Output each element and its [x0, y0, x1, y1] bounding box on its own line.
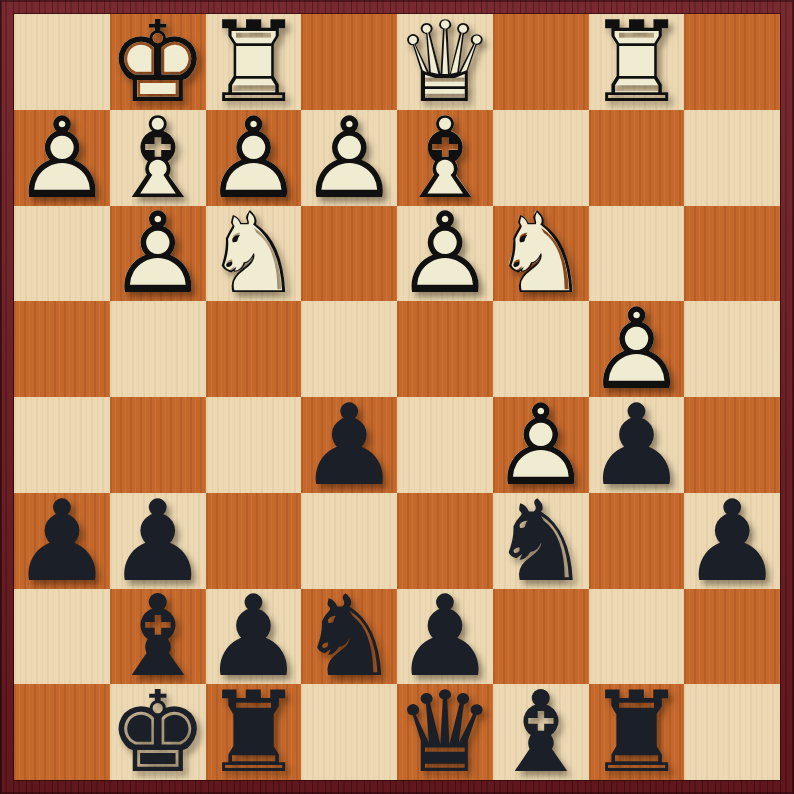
piece-fill-glyph: ♞	[206, 206, 302, 302]
white-knight[interactable]: ♞♘	[206, 206, 302, 302]
black-pawn[interactable]: ♟	[684, 493, 780, 589]
piece-outline-glyph: ♘	[493, 206, 589, 302]
piece-fill-glyph: ♝	[110, 110, 206, 206]
piece-outline-glyph: ♙	[589, 301, 685, 397]
square-d6[interactable]	[397, 493, 493, 589]
black-pawn[interactable]: ♟	[14, 493, 110, 589]
square-g1[interactable]: ♚♔	[110, 14, 206, 110]
white-king[interactable]: ♚♔	[110, 14, 206, 110]
square-g5[interactable]	[110, 397, 206, 493]
piece-fill-glyph: ♟	[14, 493, 110, 589]
square-f8[interactable]: ♜	[206, 684, 302, 780]
square-d3[interactable]: ♟♙	[397, 206, 493, 302]
square-b4[interactable]: ♟♙	[589, 301, 685, 397]
black-pawn[interactable]: ♟	[110, 493, 206, 589]
piece-outline-glyph: ♗	[397, 110, 493, 206]
square-b7[interactable]	[589, 589, 685, 685]
square-h6[interactable]: ♟	[14, 493, 110, 589]
piece-fill-glyph: ♟	[206, 110, 302, 206]
piece-fill-glyph: ♟	[14, 110, 110, 206]
piece-fill-glyph: ♛	[397, 684, 493, 780]
white-pawn[interactable]: ♟♙	[493, 397, 589, 493]
black-rook[interactable]: ♜	[589, 684, 685, 780]
square-f1[interactable]: ♜♖	[206, 14, 302, 110]
square-c2[interactable]	[493, 110, 589, 206]
black-pawn[interactable]: ♟	[301, 397, 397, 493]
square-f7[interactable]: ♟	[206, 589, 302, 685]
square-e4[interactable]	[301, 301, 397, 397]
square-b2[interactable]	[589, 110, 685, 206]
piece-fill-glyph: ♝	[397, 110, 493, 206]
black-king[interactable]: ♚	[110, 684, 206, 780]
piece-fill-glyph: ♚	[110, 14, 206, 110]
piece-fill-glyph: ♟	[397, 206, 493, 302]
square-b3[interactable]	[589, 206, 685, 302]
piece-fill-glyph: ♟	[684, 493, 780, 589]
piece-outline-glyph: ♙	[14, 110, 110, 206]
white-rook[interactable]: ♜♖	[206, 14, 302, 110]
square-e5[interactable]: ♟	[301, 397, 397, 493]
piece-fill-glyph: ♜	[589, 14, 685, 110]
square-c3[interactable]: ♞♘	[493, 206, 589, 302]
white-pawn[interactable]: ♟♙	[14, 110, 110, 206]
white-knight[interactable]: ♞♘	[493, 206, 589, 302]
square-d8[interactable]: ♛	[397, 684, 493, 780]
piece-fill-glyph: ♞	[493, 493, 589, 589]
black-bishop[interactable]: ♝	[110, 589, 206, 685]
black-pawn[interactable]: ♟	[397, 589, 493, 685]
piece-fill-glyph: ♜	[589, 684, 685, 780]
black-pawn[interactable]: ♟	[206, 589, 302, 685]
square-a6[interactable]: ♟	[684, 493, 780, 589]
piece-fill-glyph: ♟	[110, 206, 206, 302]
piece-outline-glyph: ♗	[110, 110, 206, 206]
piece-outline-glyph: ♖	[206, 14, 302, 110]
square-a1[interactable]	[684, 14, 780, 110]
square-b1[interactable]: ♜♖	[589, 14, 685, 110]
square-h5[interactable]	[14, 397, 110, 493]
piece-fill-glyph: ♝	[110, 589, 206, 685]
square-a3[interactable]	[684, 206, 780, 302]
piece-fill-glyph: ♚	[110, 684, 206, 780]
piece-fill-glyph: ♜	[206, 14, 302, 110]
square-h8[interactable]	[14, 684, 110, 780]
white-pawn[interactable]: ♟♙	[397, 206, 493, 302]
piece-outline-glyph: ♖	[589, 14, 685, 110]
square-g2[interactable]: ♝♗	[110, 110, 206, 206]
piece-fill-glyph: ♟	[397, 589, 493, 685]
square-f3[interactable]: ♞♘	[206, 206, 302, 302]
piece-fill-glyph: ♛	[397, 14, 493, 110]
piece-fill-glyph: ♟	[589, 301, 685, 397]
chess-board-frame: ♚♔♜♖♛♕♜♖♟♙♝♗♟♙♟♙♝♗♟♙♞♘♟♙♞♘♟♙♟♟♙♟♟♟♞♟♝♟♞♟…	[0, 0, 794, 794]
square-c8[interactable]: ♝	[493, 684, 589, 780]
square-c1[interactable]	[493, 14, 589, 110]
square-f5[interactable]	[206, 397, 302, 493]
black-bishop[interactable]: ♝	[493, 684, 589, 780]
piece-outline-glyph: ♙	[493, 397, 589, 493]
piece-outline-glyph: ♕	[397, 14, 493, 110]
square-h4[interactable]	[14, 301, 110, 397]
black-rook[interactable]: ♜	[206, 684, 302, 780]
square-e8[interactable]	[301, 684, 397, 780]
piece-fill-glyph: ♜	[206, 684, 302, 780]
square-e3[interactable]	[301, 206, 397, 302]
white-rook[interactable]: ♜♖	[589, 14, 685, 110]
black-knight[interactable]: ♞	[493, 493, 589, 589]
piece-outline-glyph: ♙	[206, 110, 302, 206]
square-h7[interactable]	[14, 589, 110, 685]
square-a2[interactable]	[684, 110, 780, 206]
white-queen[interactable]: ♛♕	[397, 14, 493, 110]
square-g6[interactable]: ♟	[110, 493, 206, 589]
square-g4[interactable]	[110, 301, 206, 397]
square-g7[interactable]: ♝	[110, 589, 206, 685]
square-d2[interactable]: ♝♗	[397, 110, 493, 206]
square-f2[interactable]: ♟♙	[206, 110, 302, 206]
square-e6[interactable]	[301, 493, 397, 589]
white-bishop[interactable]: ♝♗	[110, 110, 206, 206]
piece-outline-glyph: ♔	[110, 14, 206, 110]
square-h2[interactable]: ♟♙	[14, 110, 110, 206]
square-a4[interactable]	[684, 301, 780, 397]
square-d7[interactable]: ♟	[397, 589, 493, 685]
square-b6[interactable]	[589, 493, 685, 589]
square-a8[interactable]	[684, 684, 780, 780]
square-f6[interactable]	[206, 493, 302, 589]
square-h3[interactable]	[14, 206, 110, 302]
square-h1[interactable]	[14, 14, 110, 110]
piece-fill-glyph: ♞	[493, 206, 589, 302]
white-pawn[interactable]: ♟♙	[206, 110, 302, 206]
black-queen[interactable]: ♛	[397, 684, 493, 780]
square-e7[interactable]: ♞	[301, 589, 397, 685]
square-b5[interactable]: ♟	[589, 397, 685, 493]
piece-fill-glyph: ♟	[206, 589, 302, 685]
square-a7[interactable]	[684, 589, 780, 685]
chess-board: ♚♔♜♖♛♕♜♖♟♙♝♗♟♙♟♙♝♗♟♙♞♘♟♙♞♘♟♙♟♟♙♟♟♟♞♟♝♟♞♟…	[14, 14, 780, 780]
square-d4[interactable]	[397, 301, 493, 397]
piece-outline-glyph: ♘	[206, 206, 302, 302]
piece-outline-glyph: ♙	[110, 206, 206, 302]
square-e2[interactable]: ♟♙	[301, 110, 397, 206]
square-d5[interactable]	[397, 397, 493, 493]
piece-fill-glyph: ♞	[301, 589, 397, 685]
white-pawn[interactable]: ♟♙	[589, 301, 685, 397]
square-c4[interactable]	[493, 301, 589, 397]
white-pawn[interactable]: ♟♙	[301, 110, 397, 206]
square-c6[interactable]: ♞	[493, 493, 589, 589]
piece-fill-glyph: ♟	[301, 397, 397, 493]
black-knight[interactable]: ♞	[301, 589, 397, 685]
black-pawn[interactable]: ♟	[589, 397, 685, 493]
piece-fill-glyph: ♟	[110, 493, 206, 589]
piece-outline-glyph: ♙	[397, 206, 493, 302]
square-e1[interactable]	[301, 14, 397, 110]
square-c5[interactable]: ♟♙	[493, 397, 589, 493]
square-c7[interactable]	[493, 589, 589, 685]
piece-fill-glyph: ♟	[589, 397, 685, 493]
piece-fill-glyph: ♟	[301, 110, 397, 206]
square-f4[interactable]	[206, 301, 302, 397]
piece-fill-glyph: ♟	[493, 397, 589, 493]
square-b8[interactable]: ♜	[589, 684, 685, 780]
piece-fill-glyph: ♝	[493, 684, 589, 780]
piece-outline-glyph: ♙	[301, 110, 397, 206]
square-g3[interactable]: ♟♙	[110, 206, 206, 302]
white-bishop[interactable]: ♝♗	[397, 110, 493, 206]
square-d1[interactable]: ♛♕	[397, 14, 493, 110]
square-g8[interactable]: ♚	[110, 684, 206, 780]
white-pawn[interactable]: ♟♙	[110, 206, 206, 302]
square-a5[interactable]	[684, 397, 780, 493]
